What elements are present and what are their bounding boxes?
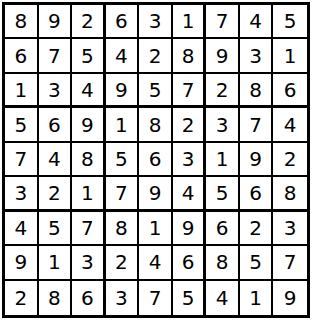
cell-r8c7[interactable]: 8 bbox=[206, 246, 240, 280]
cell-r7c8[interactable]: 2 bbox=[240, 212, 274, 246]
cell-r6c1[interactable]: 3 bbox=[5, 177, 39, 211]
cell-r6c2[interactable]: 2 bbox=[39, 177, 73, 211]
cell-r4c4[interactable]: 1 bbox=[106, 108, 140, 142]
cell-r8c4[interactable]: 2 bbox=[106, 246, 140, 280]
cell-r4c5[interactable]: 8 bbox=[139, 108, 173, 142]
cell-r5c8[interactable]: 9 bbox=[240, 143, 274, 177]
cell-r3c9[interactable]: 6 bbox=[273, 74, 307, 108]
cell-r8c1[interactable]: 9 bbox=[5, 246, 39, 280]
cell-r5c9[interactable]: 2 bbox=[273, 143, 307, 177]
cell-r1c6[interactable]: 1 bbox=[173, 5, 207, 39]
cell-r9c2[interactable]: 8 bbox=[39, 281, 73, 315]
cell-r6c4[interactable]: 7 bbox=[106, 177, 140, 211]
cell-r1c7[interactable]: 7 bbox=[206, 5, 240, 39]
cell-r6c3[interactable]: 1 bbox=[72, 177, 106, 211]
cell-r5c7[interactable]: 1 bbox=[206, 143, 240, 177]
cell-r5c4[interactable]: 5 bbox=[106, 143, 140, 177]
cell-r6c5[interactable]: 9 bbox=[139, 177, 173, 211]
sudoku-page: { "game": "sudoku", "state": "solved", "… bbox=[0, 0, 312, 320]
cell-r8c8[interactable]: 5 bbox=[240, 246, 274, 280]
cell-r4c7[interactable]: 3 bbox=[206, 108, 240, 142]
cell-r9c7[interactable]: 4 bbox=[206, 281, 240, 315]
cell-r4c8[interactable]: 7 bbox=[240, 108, 274, 142]
cell-r7c1[interactable]: 4 bbox=[5, 212, 39, 246]
cell-r9c8[interactable]: 1 bbox=[240, 281, 274, 315]
cell-r7c5[interactable]: 1 bbox=[139, 212, 173, 246]
cell-r1c3[interactable]: 2 bbox=[72, 5, 106, 39]
cell-r7c6[interactable]: 9 bbox=[173, 212, 207, 246]
cell-r1c2[interactable]: 9 bbox=[39, 5, 73, 39]
cell-r9c6[interactable]: 5 bbox=[173, 281, 207, 315]
cell-r3c1[interactable]: 1 bbox=[5, 74, 39, 108]
cell-r1c4[interactable]: 6 bbox=[106, 5, 140, 39]
cell-r2c6[interactable]: 8 bbox=[173, 39, 207, 73]
cell-r3c5[interactable]: 5 bbox=[139, 74, 173, 108]
cell-r5c2[interactable]: 4 bbox=[39, 143, 73, 177]
cell-r2c2[interactable]: 7 bbox=[39, 39, 73, 73]
cell-r1c1[interactable]: 8 bbox=[5, 5, 39, 39]
cell-r9c9[interactable]: 9 bbox=[273, 281, 307, 315]
cell-r3c8[interactable]: 8 bbox=[240, 74, 274, 108]
cell-r7c4[interactable]: 8 bbox=[106, 212, 140, 246]
cell-r6c7[interactable]: 5 bbox=[206, 177, 240, 211]
cell-r1c8[interactable]: 4 bbox=[240, 5, 274, 39]
cell-r3c3[interactable]: 4 bbox=[72, 74, 106, 108]
cell-r5c5[interactable]: 6 bbox=[139, 143, 173, 177]
cell-r8c2[interactable]: 1 bbox=[39, 246, 73, 280]
cell-r7c2[interactable]: 5 bbox=[39, 212, 73, 246]
cell-r4c6[interactable]: 2 bbox=[173, 108, 207, 142]
cell-r1c5[interactable]: 3 bbox=[139, 5, 173, 39]
cell-r3c4[interactable]: 9 bbox=[106, 74, 140, 108]
sudoku-board: 8926317456754289311349572865691823747485… bbox=[2, 2, 310, 318]
cell-r8c9[interactable]: 7 bbox=[273, 246, 307, 280]
cell-r9c5[interactable]: 7 bbox=[139, 281, 173, 315]
cell-r3c7[interactable]: 2 bbox=[206, 74, 240, 108]
cell-r5c6[interactable]: 3 bbox=[173, 143, 207, 177]
cell-r3c2[interactable]: 3 bbox=[39, 74, 73, 108]
cell-r2c7[interactable]: 9 bbox=[206, 39, 240, 73]
cell-r7c9[interactable]: 3 bbox=[273, 212, 307, 246]
cell-r6c6[interactable]: 4 bbox=[173, 177, 207, 211]
cell-r4c2[interactable]: 6 bbox=[39, 108, 73, 142]
cell-r2c8[interactable]: 3 bbox=[240, 39, 274, 73]
cell-r9c4[interactable]: 3 bbox=[106, 281, 140, 315]
cell-r8c5[interactable]: 4 bbox=[139, 246, 173, 280]
cell-r8c6[interactable]: 6 bbox=[173, 246, 207, 280]
cell-r5c1[interactable]: 7 bbox=[5, 143, 39, 177]
cell-r2c3[interactable]: 5 bbox=[72, 39, 106, 73]
cell-r6c8[interactable]: 6 bbox=[240, 177, 274, 211]
cell-r2c5[interactable]: 2 bbox=[139, 39, 173, 73]
cell-r2c4[interactable]: 4 bbox=[106, 39, 140, 73]
cell-r5c3[interactable]: 8 bbox=[72, 143, 106, 177]
cell-r1c9[interactable]: 5 bbox=[273, 5, 307, 39]
cell-r9c1[interactable]: 2 bbox=[5, 281, 39, 315]
cell-r7c3[interactable]: 7 bbox=[72, 212, 106, 246]
cell-r4c3[interactable]: 9 bbox=[72, 108, 106, 142]
cell-r4c1[interactable]: 5 bbox=[5, 108, 39, 142]
cell-r8c3[interactable]: 3 bbox=[72, 246, 106, 280]
cell-r2c9[interactable]: 1 bbox=[273, 39, 307, 73]
cell-r3c6[interactable]: 7 bbox=[173, 74, 207, 108]
cell-r6c9[interactable]: 8 bbox=[273, 177, 307, 211]
cell-r4c9[interactable]: 4 bbox=[273, 108, 307, 142]
cell-r7c7[interactable]: 6 bbox=[206, 212, 240, 246]
cell-r9c3[interactable]: 6 bbox=[72, 281, 106, 315]
cell-r2c1[interactable]: 6 bbox=[5, 39, 39, 73]
